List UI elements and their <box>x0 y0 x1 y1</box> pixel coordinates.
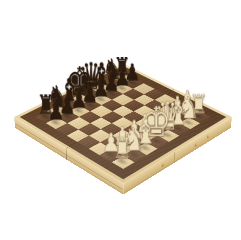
white-rook-h1[interactable]: ♜ <box>102 134 142 162</box>
chess-set-photo: ♜♟♟♜♞♟♟♞♝♟♟♝♛♟♟♛♚♟♟♚♝♟♟♝♞♟♟♞♜♟♟♜ <box>0 0 241 240</box>
scene: ♜♟♟♜♞♟♟♞♝♟♟♝♛♟♟♛♚♟♟♚♝♟♟♝♞♟♟♞♜♟♟♜ <box>0 0 241 240</box>
brass-stud <box>207 134 210 139</box>
brass-stud <box>194 142 197 147</box>
board-frame: ♜♟♟♜♞♟♟♞♝♟♟♝♛♟♟♛♚♟♟♚♝♟♟♝♞♟♟♞♜♟♟♜ <box>20 66 226 180</box>
side-groove <box>174 152 175 164</box>
black-pawn-h7[interactable]: ♟ <box>37 99 75 123</box>
board-top-face: ♜♟♟♜♞♟♟♞♝♟♟♝♛♟♟♛♚♟♟♚♝♟♟♝♞♟♟♞♜♟♟♜ <box>14 63 232 183</box>
square-h1[interactable]: ♜ <box>111 155 135 169</box>
brass-stud <box>162 162 165 167</box>
chess-board: ♜♟♟♜♞♟♟♞♝♟♟♝♛♟♟♛♚♟♟♚♝♟♟♝♞♟♟♞♜♟♟♜ <box>14 63 232 183</box>
